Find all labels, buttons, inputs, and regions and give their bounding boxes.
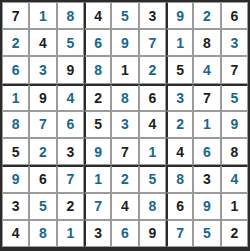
cell-r5c1[interactable]: 8 (2, 111, 29, 138)
cell-r7c4[interactable]: 1 (84, 165, 111, 192)
cell-r6c6[interactable]: 1 (139, 138, 166, 165)
cell-r2c3[interactable]: 5 (57, 29, 84, 56)
cell-r3c6[interactable]: 2 (139, 56, 166, 83)
cell-r1c2[interactable]: 1 (29, 2, 56, 29)
cell-r2c9[interactable]: 3 (221, 29, 248, 56)
cell-r7c6[interactable]: 5 (139, 165, 166, 192)
cell-r7c7[interactable]: 8 (166, 165, 193, 192)
cell-r8c5[interactable]: 4 (111, 193, 138, 220)
cell-r7c1[interactable]: 9 (2, 165, 29, 192)
cell-r8c7[interactable]: 6 (166, 193, 193, 220)
cell-r1c4[interactable]: 4 (84, 2, 111, 29)
cell-r7c9[interactable]: 4 (221, 165, 248, 192)
cell-r7c3[interactable]: 7 (57, 165, 84, 192)
cell-r2c1[interactable]: 2 (2, 29, 29, 56)
cell-r9c7[interactable]: 7 (166, 220, 193, 247)
cell-r5c7[interactable]: 2 (166, 111, 193, 138)
cell-r4c4[interactable]: 2 (84, 84, 111, 111)
cell-r8c9[interactable]: 1 (221, 193, 248, 220)
cell-r2c7[interactable]: 1 (166, 29, 193, 56)
cell-r3c4[interactable]: 8 (84, 56, 111, 83)
cell-r6c4[interactable]: 9 (84, 138, 111, 165)
cell-r4c1[interactable]: 1 (2, 84, 29, 111)
cell-r1c9[interactable]: 6 (221, 2, 248, 29)
cell-r5c6[interactable]: 4 (139, 111, 166, 138)
cell-r3c8[interactable]: 4 (193, 56, 220, 83)
cell-r9c5[interactable]: 6 (111, 220, 138, 247)
cell-r7c8[interactable]: 3 (193, 165, 220, 192)
cell-r5c9[interactable]: 9 (221, 111, 248, 138)
cell-r2c8[interactable]: 8 (193, 29, 220, 56)
cell-r3c1[interactable]: 6 (2, 56, 29, 83)
cell-r6c2[interactable]: 2 (29, 138, 56, 165)
cell-r5c2[interactable]: 7 (29, 111, 56, 138)
cell-r5c3[interactable]: 6 (57, 111, 84, 138)
cell-r9c2[interactable]: 8 (29, 220, 56, 247)
cell-r1c7[interactable]: 9 (166, 2, 193, 29)
cell-r9c4[interactable]: 3 (84, 220, 111, 247)
cell-r2c4[interactable]: 6 (84, 29, 111, 56)
cell-r6c8[interactable]: 6 (193, 138, 220, 165)
cell-r1c1[interactable]: 7 (2, 2, 29, 29)
cell-r4c2[interactable]: 9 (29, 84, 56, 111)
cell-r4c8[interactable]: 7 (193, 84, 220, 111)
cell-r6c7[interactable]: 4 (166, 138, 193, 165)
cell-r6c3[interactable]: 3 (57, 138, 84, 165)
cell-r9c3[interactable]: 1 (57, 220, 84, 247)
cell-r3c9[interactable]: 7 (221, 56, 248, 83)
cell-r3c7[interactable]: 5 (166, 56, 193, 83)
cell-r8c4[interactable]: 7 (84, 193, 111, 220)
cell-r1c5[interactable]: 5 (111, 2, 138, 29)
cell-r3c5[interactable]: 1 (111, 56, 138, 83)
cell-r3c3[interactable]: 9 (57, 56, 84, 83)
cell-r7c5[interactable]: 2 (111, 165, 138, 192)
cell-r8c3[interactable]: 2 (57, 193, 84, 220)
cell-r9c1[interactable]: 4 (2, 220, 29, 247)
cell-r6c1[interactable]: 5 (2, 138, 29, 165)
cell-r6c5[interactable]: 7 (111, 138, 138, 165)
cell-r7c2[interactable]: 6 (29, 165, 56, 192)
cell-r6c9[interactable]: 8 (221, 138, 248, 165)
cell-r4c9[interactable]: 5 (221, 84, 248, 111)
cell-r1c3[interactable]: 8 (57, 2, 84, 29)
cell-r9c8[interactable]: 5 (193, 220, 220, 247)
cell-r2c2[interactable]: 4 (29, 29, 56, 56)
cell-r5c8[interactable]: 1 (193, 111, 220, 138)
cell-r5c5[interactable]: 3 (111, 111, 138, 138)
cell-r4c6[interactable]: 6 (139, 84, 166, 111)
cell-r2c6[interactable]: 7 (139, 29, 166, 56)
cell-r2c5[interactable]: 9 (111, 29, 138, 56)
cell-r8c2[interactable]: 5 (29, 193, 56, 220)
cell-r5c4[interactable]: 5 (84, 111, 111, 138)
cell-r9c9[interactable]: 2 (221, 220, 248, 247)
sudoku-board: 7184539262456971836398125471942863758765… (0, 0, 250, 251)
cell-r4c5[interactable]: 8 (111, 84, 138, 111)
cell-r4c7[interactable]: 3 (166, 84, 193, 111)
cell-r3c2[interactable]: 3 (29, 56, 56, 83)
cell-r1c8[interactable]: 2 (193, 2, 220, 29)
cell-r1c6[interactable]: 3 (139, 2, 166, 29)
cell-r8c1[interactable]: 3 (2, 193, 29, 220)
cell-r4c3[interactable]: 4 (57, 84, 84, 111)
cell-r8c6[interactable]: 8 (139, 193, 166, 220)
cell-r9c6[interactable]: 9 (139, 220, 166, 247)
cell-r8c8[interactable]: 9 (193, 193, 220, 220)
